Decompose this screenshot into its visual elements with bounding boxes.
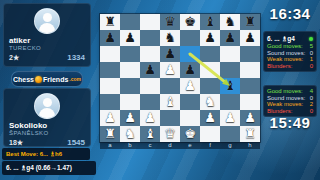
square-a2[interactable]: ♟ <box>100 110 120 126</box>
square-d1[interactable]: ♛ <box>160 126 180 142</box>
square-h1[interactable]: ♜ <box>240 126 260 142</box>
square-g3[interactable] <box>220 94 240 110</box>
move-quality-panel-bottom: Good moves:4Sound moves:0Weak moves:2Blu… <box>263 85 317 117</box>
piece-wP-g2: ♟ <box>220 110 240 126</box>
avatar-body-icon <box>39 108 55 118</box>
square-h4[interactable] <box>240 78 260 94</box>
piece-bN-g8: ♞ <box>220 14 240 30</box>
piece-wP-d5: ♟ <box>160 62 180 78</box>
stat-label: Weak moves: <box>267 56 303 63</box>
square-f3[interactable]: ♞ <box>200 94 220 110</box>
logo-text-primary: Chess <box>13 76 34 83</box>
piece-wB-c1: ♝ <box>140 126 160 142</box>
player-card-top: atiker TURECKO 2★ 1334 <box>3 3 91 67</box>
square-b3[interactable] <box>120 94 140 110</box>
player-card-bottom: Sokolioko ŠPANĚLSKO 18★ 1545 <box>3 88 91 147</box>
square-g1[interactable] <box>220 126 240 142</box>
stat-value: 0 <box>310 95 313 102</box>
square-e6[interactable] <box>180 46 200 62</box>
globe-icon <box>35 76 42 83</box>
piece-bN-d7: ♞ <box>160 30 180 46</box>
stat-row-weak-moves: Weak moves:1 <box>267 56 313 63</box>
player-country-bottom: ŠPANĚLSKO <box>9 130 85 137</box>
square-e2[interactable] <box>180 110 200 126</box>
file-label-d: d <box>160 142 180 149</box>
square-g8[interactable]: ♞ <box>220 14 240 30</box>
piece-bP-b7: ♟ <box>120 30 140 46</box>
square-b5[interactable] <box>120 62 140 78</box>
clock-bottom: 15:49 <box>262 114 318 131</box>
avatar <box>34 8 60 34</box>
square-c6[interactable] <box>140 46 160 62</box>
player-name-top: atiker <box>9 36 85 45</box>
player-rating-bottom: 1545 <box>67 138 85 147</box>
square-a6[interactable] <box>100 46 120 62</box>
piece-wB-d3: ♝ <box>160 94 180 110</box>
piece-bR-a8: ♜ <box>100 14 120 30</box>
square-h6[interactable] <box>240 46 260 62</box>
square-f5[interactable] <box>200 62 220 78</box>
best-move-bar: Best Move: 6... ♗h6 <box>2 148 90 160</box>
stat-value: 4 <box>310 88 313 95</box>
square-f7[interactable]: ♟ <box>200 30 220 46</box>
player-rating-top: 1334 <box>67 53 85 62</box>
piece-bK-e8: ♚ <box>180 14 200 30</box>
logo-text-secondary: Friends <box>43 76 68 83</box>
player-name-bottom: Sokolioko <box>9 121 85 130</box>
file-labels: abcdefgh <box>100 142 260 149</box>
piece-bP-d6: ♟ <box>160 46 180 62</box>
player-country-top: TURECKO <box>9 45 85 52</box>
piece-wR-a1: ♜ <box>100 126 120 142</box>
stat-value: 5 <box>310 43 313 50</box>
square-f1[interactable] <box>200 126 220 142</box>
piece-bP-e5: ♟ <box>180 62 200 78</box>
piece-wP-e4: ♟ <box>180 78 200 94</box>
stat-label: Sound moves: <box>267 95 305 102</box>
file-label-h: h <box>240 142 260 149</box>
square-d5[interactable]: ♟ <box>160 62 180 78</box>
square-c8[interactable] <box>140 14 160 30</box>
file-label-c: c <box>140 142 160 149</box>
piece-wQ-d1: ♛ <box>160 126 180 142</box>
square-e1[interactable]: ♚ <box>180 126 200 142</box>
square-a4[interactable] <box>100 78 120 94</box>
square-c4[interactable] <box>140 78 160 94</box>
square-a1[interactable]: ♜ <box>100 126 120 142</box>
stat-label: Sound moves: <box>267 50 305 57</box>
square-e3[interactable] <box>180 94 200 110</box>
square-a8[interactable]: ♜ <box>100 14 120 30</box>
move-quality-dot <box>309 37 313 41</box>
square-a5[interactable] <box>100 62 120 78</box>
square-e5[interactable]: ♟ <box>180 62 200 78</box>
square-g2[interactable]: ♟ <box>220 110 240 126</box>
square-g6[interactable] <box>220 46 240 62</box>
file-label-e: e <box>180 142 200 149</box>
square-b4[interactable] <box>120 78 140 94</box>
player-stars-bottom: 18★ <box>9 139 23 147</box>
stat-label: Blunders: <box>267 63 292 70</box>
square-b1[interactable]: ♞ <box>120 126 140 142</box>
square-b2[interactable]: ♟ <box>120 110 140 126</box>
square-c1[interactable]: ♝ <box>140 126 160 142</box>
square-g7[interactable]: ♟ <box>220 30 240 46</box>
piece-bQ-d8: ♛ <box>160 14 180 30</box>
stat-value: 0 <box>310 50 313 57</box>
video-frame: atiker TURECKO 2★ 1334 Chess Friends .co… <box>0 0 320 180</box>
stat-label: Weak moves: <box>267 101 303 108</box>
piece-bP-a7: ♟ <box>100 30 120 46</box>
square-d3[interactable]: ♝ <box>160 94 180 110</box>
piece-bP-g7: ♟ <box>220 30 240 46</box>
square-b8[interactable] <box>120 14 140 30</box>
square-f6[interactable] <box>200 46 220 62</box>
avatar-head-icon <box>43 13 52 22</box>
square-c2[interactable]: ♟ <box>140 110 160 126</box>
stat-label: Good moves: <box>267 43 303 50</box>
avatar-head-icon <box>43 98 52 107</box>
file-label-b: b <box>120 142 140 149</box>
square-c5[interactable]: ♟ <box>140 62 160 78</box>
player-stars-top: 2★ <box>9 54 19 62</box>
avatar <box>34 93 60 119</box>
piece-bP-f7: ♟ <box>200 30 220 46</box>
square-d2[interactable] <box>160 110 180 126</box>
piece-bR-h8: ♜ <box>240 14 260 30</box>
piece-wP-a2: ♟ <box>100 110 120 126</box>
piece-wP-b2: ♟ <box>120 110 140 126</box>
stat-value: 0 <box>310 63 313 70</box>
square-g4[interactable]: ♝ <box>220 78 240 94</box>
piece-wN-b1: ♞ <box>120 126 140 142</box>
square-f2[interactable]: ♟ <box>200 110 220 126</box>
piece-bP-c5: ♟ <box>140 62 160 78</box>
piece-bB-g4: ♝ <box>220 78 240 94</box>
square-h3[interactable] <box>240 94 260 110</box>
stat-row-good-moves: Good moves:5 <box>267 43 313 50</box>
chess-board: ♜♛♚♝♞♜♟♟♞♟♟♟♟♟♟♟♟♝♝♞♟♟♟♟♟♟♜♞♝♛♚♜ abcdefg… <box>100 14 260 142</box>
square-b7[interactable]: ♟ <box>120 30 140 46</box>
square-d6[interactable]: ♟ <box>160 46 180 62</box>
stat-row-weak-moves: Weak moves:2 <box>267 101 313 108</box>
square-h8[interactable]: ♜ <box>240 14 260 30</box>
file-label-a: a <box>100 142 120 149</box>
piece-wN-f3: ♞ <box>200 94 220 110</box>
stat-row-good-moves: Good moves:4 <box>267 88 313 95</box>
piece-bB-f8: ♝ <box>200 14 220 30</box>
square-h5[interactable] <box>240 62 260 78</box>
piece-wK-e1: ♚ <box>180 126 200 142</box>
piece-bP-h7: ♟ <box>240 30 260 46</box>
square-a7[interactable]: ♟ <box>100 30 120 46</box>
stat-value: 2 <box>310 101 313 108</box>
piece-wP-f2: ♟ <box>200 110 220 126</box>
piece-wR-h1: ♜ <box>240 126 260 142</box>
square-d4[interactable] <box>160 78 180 94</box>
piece-wP-c2: ♟ <box>140 110 160 126</box>
file-label-g: g <box>220 142 240 149</box>
square-b6[interactable] <box>120 46 140 62</box>
file-label-f: f <box>200 142 220 149</box>
square-e4[interactable]: ♟ <box>180 78 200 94</box>
stat-row-blunders: Blunders:0 <box>267 63 313 70</box>
played-move-bar: 6. ... ♗g4 (0.66→1.47) <box>2 161 96 175</box>
square-f4[interactable] <box>200 78 220 94</box>
stat-value: 1 <box>310 56 313 63</box>
square-h2[interactable]: ♟ <box>240 110 260 126</box>
square-c3[interactable] <box>140 94 160 110</box>
square-d8[interactable]: ♛ <box>160 14 180 30</box>
chessfriends-logo: Chess Friends .com <box>11 71 83 87</box>
square-f8[interactable]: ♝ <box>200 14 220 30</box>
piece-wP-h2: ♟ <box>240 110 260 126</box>
clock-top: 16:34 <box>262 5 318 22</box>
square-g5[interactable] <box>220 62 240 78</box>
stat-label: Good moves: <box>267 88 303 95</box>
avatar-body-icon <box>39 23 55 33</box>
move-quality-panel-top: 6. ... ♗g4 Good moves:5Sound moves:0Weak… <box>263 31 317 72</box>
panel-move-label: 6. ... ♗g4 <box>267 34 295 43</box>
stat-row-sound-moves: Sound moves:0 <box>267 95 313 102</box>
logo-suffix: .com <box>69 76 81 82</box>
square-h7[interactable]: ♟ <box>240 30 260 46</box>
stat-row-sound-moves: Sound moves:0 <box>267 50 313 57</box>
square-e7[interactable] <box>180 30 200 46</box>
square-a3[interactable] <box>100 94 120 110</box>
square-e8[interactable]: ♚ <box>180 14 200 30</box>
square-d7[interactable]: ♞ <box>160 30 180 46</box>
square-c7[interactable] <box>140 30 160 46</box>
